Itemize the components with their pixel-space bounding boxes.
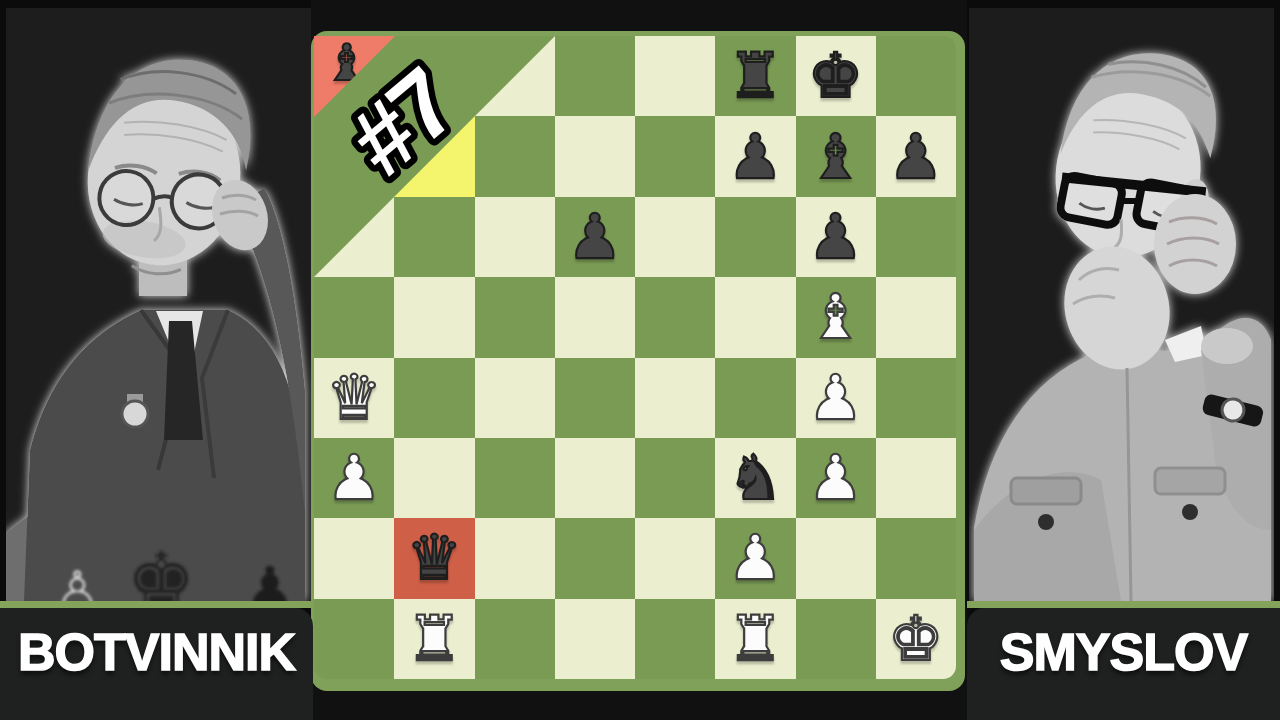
square-f5 <box>715 277 795 357</box>
square-f1: ♜ <box>715 599 795 679</box>
smyslov-photo <box>969 8 1274 601</box>
white-pawn-a3: ♟ <box>326 447 382 509</box>
square-c5 <box>475 277 555 357</box>
square-d1 <box>555 599 635 679</box>
chess-board: ♝♜♚♟♝♟♟♟♝♛♟♟♞♟♛♟♜♜♚ <box>314 36 956 679</box>
black-pawn-f7: ♟ <box>728 126 784 188</box>
square-f7: ♟ <box>715 116 795 196</box>
square-h7: ♟ <box>876 116 956 196</box>
square-a7 <box>314 116 394 196</box>
black-queen-b2: ♛ <box>407 527 463 589</box>
square-g4: ♟ <box>796 358 876 438</box>
square-a5 <box>314 277 394 357</box>
square-g6: ♟ <box>796 197 876 277</box>
square-c2 <box>475 518 555 598</box>
square-d2 <box>555 518 635 598</box>
square-h1: ♚ <box>876 599 956 679</box>
black-king-g8: ♚ <box>808 45 864 107</box>
botvinnik-label-box: BOTVINNIK <box>0 608 313 720</box>
square-h3 <box>876 438 956 518</box>
white-rook-f1: ♜ <box>728 608 784 670</box>
square-h8 <box>876 36 956 116</box>
square-f2: ♟ <box>715 518 795 598</box>
square-a6 <box>314 197 394 277</box>
square-a1 <box>314 599 394 679</box>
square-a8: ♝ <box>314 36 394 116</box>
square-b2: ♛ <box>394 518 474 598</box>
square-b5 <box>394 277 474 357</box>
botvinnik-portrait-illustration: ♚ ♙ ♟ <box>6 8 311 601</box>
board-column: ♝♜♚♟♝♟♟♟♝♛♟♟♞♟♛♟♜♜♚ ♝ #7 <box>311 0 967 720</box>
black-player-name: SMYSLOV <box>1000 622 1247 682</box>
white-queen-a4: ♛ <box>326 367 382 429</box>
square-e4 <box>635 358 715 438</box>
square-b8 <box>394 36 474 116</box>
thumbnail: ♚ ♙ ♟ <box>0 0 1280 720</box>
smyslov-label-box: SMYSLOV <box>967 608 1280 720</box>
square-b7 <box>394 116 474 196</box>
square-h6 <box>876 197 956 277</box>
square-b4 <box>394 358 474 438</box>
black-knight-f3: ♞ <box>728 447 784 509</box>
svg-text:♚: ♚ <box>126 536 196 601</box>
square-b3 <box>394 438 474 518</box>
square-g8: ♚ <box>796 36 876 116</box>
square-c7 <box>475 116 555 196</box>
white-bishop-g5: ♝ <box>808 286 864 348</box>
square-e6 <box>635 197 715 277</box>
black-bishop-a8: ♝ <box>326 45 382 107</box>
white-pawn-f2: ♟ <box>728 527 784 589</box>
square-f4 <box>715 358 795 438</box>
square-g2 <box>796 518 876 598</box>
square-f6 <box>715 197 795 277</box>
square-g1 <box>796 599 876 679</box>
svg-text:♙: ♙ <box>54 560 101 601</box>
white-player-name: BOTVINNIK <box>18 622 295 682</box>
black-pawn-g6: ♟ <box>808 206 864 268</box>
square-d4 <box>555 358 635 438</box>
square-e1 <box>635 599 715 679</box>
square-h2 <box>876 518 956 598</box>
square-e7 <box>635 116 715 196</box>
square-f8: ♜ <box>715 36 795 116</box>
square-e5 <box>635 277 715 357</box>
white-rook-b1: ♜ <box>407 608 463 670</box>
square-c6 <box>475 197 555 277</box>
white-king-h1: ♚ <box>888 608 944 670</box>
white-pawn-g3: ♟ <box>808 447 864 509</box>
square-h5 <box>876 277 956 357</box>
square-d7 <box>555 116 635 196</box>
square-c8 <box>475 36 555 116</box>
square-h4 <box>876 358 956 438</box>
square-e3 <box>635 438 715 518</box>
black-pawn-h7: ♟ <box>888 126 944 188</box>
square-g5: ♝ <box>796 277 876 357</box>
square-a2 <box>314 518 394 598</box>
square-b1: ♜ <box>394 599 474 679</box>
square-g7: ♝ <box>796 116 876 196</box>
square-d6: ♟ <box>555 197 635 277</box>
smyslov-portrait-illustration <box>969 8 1274 601</box>
square-a4: ♛ <box>314 358 394 438</box>
square-c4 <box>475 358 555 438</box>
board-panel: ♝♜♚♟♝♟♟♟♝♛♟♟♞♟♛♟♜♜♚ ♝ #7 <box>311 31 965 691</box>
black-bishop-g7: ♝ <box>808 126 864 188</box>
square-b6 <box>394 197 474 277</box>
square-c1 <box>475 599 555 679</box>
white-pawn-g4: ♟ <box>808 367 864 429</box>
square-f3: ♞ <box>715 438 795 518</box>
square-e2 <box>635 518 715 598</box>
black-pawn-d6: ♟ <box>567 206 623 268</box>
square-a3: ♟ <box>314 438 394 518</box>
black-rook-f8: ♜ <box>728 45 784 107</box>
square-d8 <box>555 36 635 116</box>
svg-text:♟: ♟ <box>244 554 296 601</box>
square-e8 <box>635 36 715 116</box>
square-d5 <box>555 277 635 357</box>
square-c3 <box>475 438 555 518</box>
square-d3 <box>555 438 635 518</box>
square-g3: ♟ <box>796 438 876 518</box>
botvinnik-photo: ♚ ♙ ♟ <box>6 8 311 601</box>
